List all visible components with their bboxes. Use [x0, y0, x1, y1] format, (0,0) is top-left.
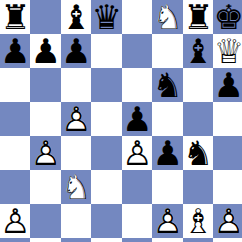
- black-piece-glyph: ♟: [0, 34, 30, 68]
- black-piece-glyph: ♟: [30, 34, 60, 68]
- black-piece-glyph: ♝: [61, 0, 91, 34]
- square-g1[interactable]: [183, 238, 213, 242]
- square-e2[interactable]: [122, 204, 152, 238]
- square-a1[interactable]: [0, 238, 30, 242]
- white-piece-outline: ♙: [30, 136, 60, 170]
- square-d4[interactable]: [91, 136, 121, 170]
- square-b2[interactable]: [30, 204, 60, 238]
- square-a8[interactable]: ♜: [0, 0, 30, 34]
- piece-black-pawn[interactable]: ♟: [213, 68, 242, 102]
- piece-white-pawn[interactable]: ♟♙: [61, 102, 91, 136]
- square-a6[interactable]: [0, 68, 30, 102]
- black-piece-glyph: ♟: [213, 68, 242, 102]
- piece-white-knight[interactable]: ♞♘: [152, 0, 182, 34]
- black-piece-glyph: ♞: [183, 136, 213, 170]
- square-g3[interactable]: [183, 170, 213, 204]
- white-piece-outline: ♗: [61, 238, 91, 242]
- piece-white-rook[interactable]: ♜♖: [91, 238, 121, 242]
- square-d7[interactable]: [91, 34, 121, 68]
- square-d3[interactable]: [91, 170, 121, 204]
- square-h2[interactable]: ♟♙: [213, 204, 242, 238]
- white-piece-outline: ♙: [0, 204, 30, 238]
- white-piece-outline: ♘: [152, 0, 182, 34]
- white-piece-outline: ♔: [213, 238, 242, 242]
- square-h5[interactable]: [213, 102, 242, 136]
- square-f6[interactable]: ♞: [152, 68, 182, 102]
- square-g7[interactable]: ♝: [183, 34, 213, 68]
- piece-black-knight[interactable]: ♞: [183, 136, 213, 170]
- square-e8[interactable]: [122, 0, 152, 34]
- square-h1[interactable]: ♚♔: [213, 238, 242, 242]
- white-piece-outline: ♙: [61, 102, 91, 136]
- square-b5[interactable]: [30, 102, 60, 136]
- piece-white-knight[interactable]: ♞♘: [61, 170, 91, 204]
- black-piece-glyph: ♚: [213, 0, 242, 34]
- piece-black-rook[interactable]: ♜: [183, 0, 213, 34]
- piece-white-queen[interactable]: ♛♕: [213, 34, 242, 68]
- chess-board: ♜♝♛♞♘♜♚♟♟♟♝♛♕♞♟♟♙♟♟♙♟♙♟♞♞♘♟♙♟♙♝♗♟♙♜♖♝♗♜♖…: [0, 0, 242, 242]
- square-f8[interactable]: ♞♘: [152, 0, 182, 34]
- square-d2[interactable]: [91, 204, 121, 238]
- square-e5[interactable]: ♟: [122, 102, 152, 136]
- piece-white-pawn[interactable]: ♟♙: [152, 204, 182, 238]
- square-f1[interactable]: [152, 238, 182, 242]
- white-piece-outline: ♗: [183, 204, 213, 238]
- square-f2[interactable]: ♟♙: [152, 204, 182, 238]
- white-piece-outline: ♙: [152, 204, 182, 238]
- square-f4[interactable]: ♟: [152, 136, 182, 170]
- square-c4[interactable]: [61, 136, 91, 170]
- black-piece-glyph: ♜: [183, 0, 213, 34]
- square-a4[interactable]: [0, 136, 30, 170]
- square-c7[interactable]: ♟: [61, 34, 91, 68]
- square-e7[interactable]: [122, 34, 152, 68]
- piece-black-rook[interactable]: ♜: [0, 0, 30, 34]
- square-b7[interactable]: ♟: [30, 34, 60, 68]
- square-b8[interactable]: [30, 0, 60, 34]
- white-piece-outline: ♖: [30, 238, 60, 242]
- square-h7[interactable]: ♛♕: [213, 34, 242, 68]
- piece-white-pawn[interactable]: ♟♙: [30, 136, 60, 170]
- square-b6[interactable]: [30, 68, 60, 102]
- piece-black-bishop[interactable]: ♝: [61, 0, 91, 34]
- square-c5[interactable]: ♟♙: [61, 102, 91, 136]
- black-piece-glyph: ♟: [122, 102, 152, 136]
- square-a5[interactable]: [0, 102, 30, 136]
- white-piece-outline: ♕: [213, 34, 242, 68]
- black-piece-glyph: ♟: [61, 34, 91, 68]
- piece-black-pawn[interactable]: ♟: [0, 34, 30, 68]
- white-piece-outline: ♘: [61, 170, 91, 204]
- piece-black-pawn[interactable]: ♟: [61, 34, 91, 68]
- piece-black-bishop[interactable]: ♝: [183, 34, 213, 68]
- square-c1[interactable]: ♝♗: [61, 238, 91, 242]
- white-piece-outline: ♙: [213, 204, 242, 238]
- square-c3[interactable]: ♞♘: [61, 170, 91, 204]
- piece-black-king[interactable]: ♚: [213, 0, 242, 34]
- piece-white-pawn[interactable]: ♟♙: [213, 204, 242, 238]
- piece-white-bishop[interactable]: ♝♗: [183, 204, 213, 238]
- square-d6[interactable]: [91, 68, 121, 102]
- piece-black-pawn[interactable]: ♟: [122, 102, 152, 136]
- black-piece-glyph: ♝: [183, 34, 213, 68]
- square-d8[interactable]: ♛: [91, 0, 121, 34]
- square-g6[interactable]: [183, 68, 213, 102]
- square-f7[interactable]: [152, 34, 182, 68]
- square-d5[interactable]: [91, 102, 121, 136]
- square-h4[interactable]: [213, 136, 242, 170]
- square-d1[interactable]: ♜♖: [91, 238, 121, 242]
- black-piece-glyph: ♞: [152, 68, 182, 102]
- white-piece-outline: ♙: [122, 136, 152, 170]
- piece-white-pawn[interactable]: ♟♙: [122, 136, 152, 170]
- square-g2[interactable]: ♝♗: [183, 204, 213, 238]
- square-e4[interactable]: ♟♙: [122, 136, 152, 170]
- square-b4[interactable]: ♟♙: [30, 136, 60, 170]
- piece-white-pawn[interactable]: ♟♙: [0, 204, 30, 238]
- white-piece-outline: ♖: [91, 238, 121, 242]
- piece-black-knight[interactable]: ♞: [152, 68, 182, 102]
- square-c6[interactable]: [61, 68, 91, 102]
- square-e3[interactable]: [122, 170, 152, 204]
- black-piece-glyph: ♟: [152, 136, 182, 170]
- square-c8[interactable]: ♝: [61, 0, 91, 34]
- square-b3[interactable]: [30, 170, 60, 204]
- square-e6[interactable]: [122, 68, 152, 102]
- black-piece-glyph: ♛: [91, 0, 121, 34]
- square-f5[interactable]: [152, 102, 182, 136]
- piece-white-king[interactable]: ♚♔: [213, 238, 242, 242]
- black-piece-glyph: ♜: [0, 0, 30, 34]
- square-h8[interactable]: ♚: [213, 0, 242, 34]
- square-a7[interactable]: ♟: [0, 34, 30, 68]
- square-h3[interactable]: [213, 170, 242, 204]
- piece-white-bishop[interactable]: ♝♗: [61, 238, 91, 242]
- piece-white-rook[interactable]: ♜♖: [30, 238, 60, 242]
- square-b1[interactable]: ♜♖: [30, 238, 60, 242]
- square-a3[interactable]: [0, 170, 30, 204]
- square-a2[interactable]: ♟♙: [0, 204, 30, 238]
- square-h6[interactable]: ♟: [213, 68, 242, 102]
- piece-black-pawn[interactable]: ♟: [152, 136, 182, 170]
- square-e1[interactable]: [122, 238, 152, 242]
- piece-black-pawn[interactable]: ♟: [30, 34, 60, 68]
- square-c2[interactable]: [61, 204, 91, 238]
- piece-black-queen[interactable]: ♛: [91, 0, 121, 34]
- square-g4[interactable]: ♞: [183, 136, 213, 170]
- square-g5[interactable]: [183, 102, 213, 136]
- square-f3[interactable]: [152, 170, 182, 204]
- square-g8[interactable]: ♜: [183, 0, 213, 34]
